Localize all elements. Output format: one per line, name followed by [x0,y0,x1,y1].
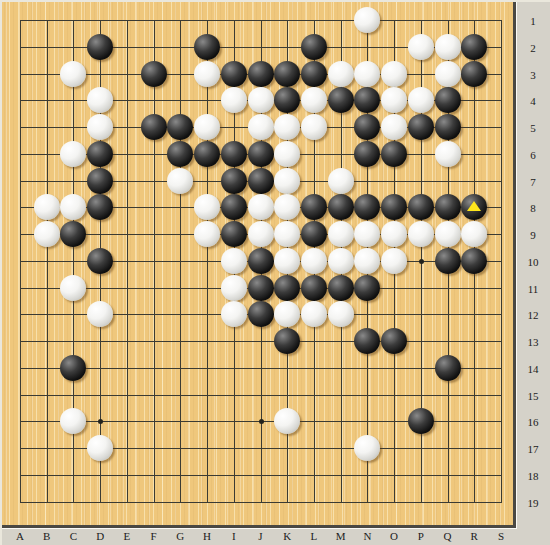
column-label: O [384,529,404,544]
stone-white[interactable] [461,221,487,247]
stone-black[interactable] [354,141,380,167]
grid-line-horizontal [20,368,502,369]
stone-black[interactable] [354,87,380,113]
stone-white[interactable] [221,87,247,113]
stone-white[interactable] [274,194,300,220]
stone-white[interactable] [328,221,354,247]
stone-white[interactable] [354,7,380,33]
row-label: 14 [518,362,548,376]
stone-black[interactable] [354,275,380,301]
stone-white[interactable] [194,194,220,220]
stone-white[interactable] [194,221,220,247]
stone-white[interactable] [354,248,380,274]
stone-black[interactable] [301,34,327,60]
stone-black[interactable] [141,114,167,140]
column-label: S [491,529,511,544]
stone-black[interactable] [381,141,407,167]
stone-white[interactable] [301,301,327,327]
stone-white[interactable] [408,34,434,60]
stone-black[interactable] [408,114,434,140]
stone-white[interactable] [381,221,407,247]
row-coordinate-strip: 12345678910111213141516171819 [517,0,550,545]
column-label: G [170,529,190,544]
stone-black[interactable] [87,248,113,274]
stone-white[interactable] [87,301,113,327]
stone-black[interactable] [60,221,86,247]
go-board[interactable] [0,0,513,525]
row-label: 1 [518,14,548,28]
stone-black[interactable] [301,194,327,220]
stone-white[interactable] [274,168,300,194]
stone-white[interactable] [301,114,327,140]
stone-white[interactable] [274,221,300,247]
stone-white[interactable] [354,221,380,247]
stone-white[interactable] [60,141,86,167]
column-label: P [411,529,431,544]
stone-white[interactable] [435,61,461,87]
stone-white[interactable] [87,87,113,113]
stone-white[interactable] [221,301,247,327]
stone-black[interactable] [221,194,247,220]
stone-white[interactable] [354,61,380,87]
stone-white[interactable] [328,61,354,87]
stone-black[interactable] [461,34,487,60]
stone-black[interactable] [408,408,434,434]
column-label: A [10,529,30,544]
grid-line-horizontal [20,341,502,342]
stone-black[interactable] [221,168,247,194]
stone-white[interactable] [435,34,461,60]
stone-black[interactable] [221,61,247,87]
stone-black[interactable] [435,114,461,140]
stone-white[interactable] [328,248,354,274]
column-label: B [37,529,57,544]
stone-white[interactable] [435,141,461,167]
stone-white[interactable] [435,221,461,247]
grid-line-horizontal [20,20,502,21]
column-label: K [277,529,297,544]
grid-line-horizontal [20,475,502,476]
stone-black[interactable] [248,141,274,167]
row-label: 6 [518,148,548,162]
column-label: L [304,529,324,544]
row-label: 12 [518,308,548,322]
stone-white[interactable] [354,435,380,461]
stone-black[interactable] [194,141,220,167]
stone-black[interactable] [328,87,354,113]
stone-white[interactable] [221,275,247,301]
stone-white[interactable] [87,435,113,461]
stone-black[interactable] [301,61,327,87]
row-label: 17 [518,442,548,456]
stone-black[interactable] [87,168,113,194]
row-label: 4 [518,94,548,108]
stone-white[interactable] [408,221,434,247]
stone-black[interactable] [274,328,300,354]
stone-black[interactable] [301,221,327,247]
stone-black[interactable] [221,221,247,247]
stone-black[interactable] [248,168,274,194]
stone-white[interactable] [248,221,274,247]
stone-black[interactable] [87,34,113,60]
stone-white[interactable] [60,275,86,301]
panel-bevel [0,0,2,545]
column-label: N [357,529,377,544]
row-label: 11 [518,282,548,296]
stone-black[interactable] [328,194,354,220]
stone-white[interactable] [194,61,220,87]
stone-black[interactable] [354,194,380,220]
stone-white[interactable] [381,87,407,113]
stone-white[interactable] [87,114,113,140]
stone-black[interactable] [461,248,487,274]
row-label: 16 [518,415,548,429]
stone-black[interactable] [248,61,274,87]
stone-black[interactable] [301,275,327,301]
row-label: 5 [518,121,548,135]
stone-black[interactable] [461,61,487,87]
stone-black[interactable] [60,355,86,381]
stone-black[interactable] [354,328,380,354]
stone-white[interactable] [301,248,327,274]
hoshi-point [259,419,264,424]
panel-bevel [0,0,550,2]
column-coordinate-strip: ABCDEFGHIJKLMNOPQRS [0,529,550,545]
stone-black[interactable] [381,328,407,354]
stone-white[interactable] [194,114,220,140]
stone-white[interactable] [248,87,274,113]
stone-black[interactable] [221,141,247,167]
stone-black[interactable] [248,248,274,274]
stone-white[interactable] [274,408,300,434]
stone-white[interactable] [408,87,434,113]
column-label: H [197,529,217,544]
stone-black[interactable] [435,87,461,113]
row-label: 2 [518,41,548,55]
stone-black[interactable] [248,301,274,327]
column-label: J [251,529,271,544]
grid-line-horizontal [20,395,502,396]
stone-white[interactable] [248,194,274,220]
column-label: I [224,529,244,544]
stone-black[interactable] [435,355,461,381]
stone-black[interactable] [141,61,167,87]
stone-white[interactable] [381,61,407,87]
column-label: Q [438,529,458,544]
stone-white[interactable] [274,114,300,140]
column-label: R [464,529,484,544]
stone-white[interactable] [328,301,354,327]
last-move-marker [467,201,481,211]
grid-line-horizontal [20,502,502,503]
stone-white[interactable] [221,248,247,274]
stone-white[interactable] [167,168,193,194]
stone-black[interactable] [274,61,300,87]
stone-black[interactable] [408,194,434,220]
row-label: 9 [518,228,548,242]
column-label: M [331,529,351,544]
row-label: 15 [518,389,548,403]
hoshi-point [98,419,103,424]
stone-black[interactable] [87,194,113,220]
stone-black[interactable] [248,275,274,301]
go-board-panel: 12345678910111213141516171819 ABCDEFGHIJ… [0,0,550,545]
stone-white[interactable] [60,408,86,434]
stone-white[interactable] [381,248,407,274]
stone-white[interactable] [34,221,60,247]
stone-white[interactable] [274,248,300,274]
column-label: E [117,529,137,544]
stone-white[interactable] [274,301,300,327]
stone-black[interactable] [435,194,461,220]
stone-black[interactable] [194,34,220,60]
stone-black[interactable] [274,275,300,301]
stone-black[interactable] [435,248,461,274]
stone-white[interactable] [328,168,354,194]
stone-white[interactable] [381,114,407,140]
row-label: 13 [518,335,548,349]
stone-black[interactable] [87,141,113,167]
stone-white[interactable] [60,194,86,220]
stone-white[interactable] [301,87,327,113]
row-label: 7 [518,175,548,189]
column-label: C [63,529,83,544]
stone-white[interactable] [248,114,274,140]
stone-black[interactable] [328,275,354,301]
stone-black[interactable] [167,114,193,140]
stone-white[interactable] [274,141,300,167]
row-label: 3 [518,68,548,82]
stone-black[interactable] [167,141,193,167]
stone-black[interactable] [354,114,380,140]
row-label: 10 [518,255,548,269]
row-label: 19 [518,496,548,510]
stone-white[interactable] [60,61,86,87]
stone-black[interactable] [381,194,407,220]
stone-black[interactable] [274,87,300,113]
row-label: 8 [518,201,548,215]
hoshi-point [419,259,424,264]
column-label: F [144,529,164,544]
column-label: D [90,529,110,544]
stone-white[interactable] [34,194,60,220]
row-label: 18 [518,469,548,483]
